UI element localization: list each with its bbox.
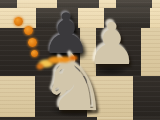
board-square[interactable] (0, 76, 35, 117)
move-trail-dot (14, 17, 23, 26)
move-trail-dot (31, 50, 38, 57)
board-square[interactable] (141, 28, 160, 76)
board-square[interactable] (116, 0, 152, 8)
board-square[interactable] (150, 8, 160, 28)
knight-flame-effect (36, 63, 44, 70)
board-square[interactable] (133, 117, 160, 120)
board-square[interactable] (133, 76, 160, 117)
knight-flame-effect (69, 55, 78, 61)
board-square[interactable] (152, 0, 160, 8)
move-trail-dot (28, 38, 37, 47)
game-viewport: ♟♟♞ (0, 0, 160, 120)
board-square[interactable] (99, 0, 116, 8)
board-square[interactable] (0, 0, 17, 8)
move-trail-dot (24, 26, 33, 35)
